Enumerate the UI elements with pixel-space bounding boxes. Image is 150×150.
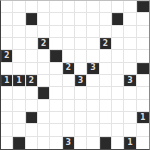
cell-r1c2[interactable] — [26, 13, 38, 25]
cell-r0c0[interactable] — [1, 1, 13, 13]
clue-number: 2 — [41, 40, 47, 48]
cell-r5c1[interactable] — [13, 63, 25, 75]
cell-r0c4[interactable] — [50, 1, 62, 13]
cell-r9c7[interactable] — [87, 112, 99, 124]
cell-r9c2[interactable] — [26, 112, 38, 124]
cell-r4c7[interactable] — [87, 50, 99, 62]
cell-r9c10[interactable] — [124, 112, 136, 124]
clue-number: 1 — [4, 77, 10, 85]
cell-r0c2[interactable] — [26, 1, 38, 13]
cell-r4c0[interactable]: 2 — [1, 50, 13, 62]
cell-r5c11[interactable] — [137, 63, 149, 75]
cell-r0c6[interactable] — [75, 1, 87, 13]
cell-r11c7[interactable] — [87, 137, 99, 149]
cell-r7c2[interactable] — [26, 87, 38, 99]
cell-r7c1[interactable] — [13, 87, 25, 99]
cell-r6c2[interactable]: 2 — [26, 75, 38, 87]
cell-r8c2[interactable] — [26, 100, 38, 112]
cell-r6c3[interactable] — [38, 75, 50, 87]
clue-number: 1 — [127, 139, 133, 147]
cell-r11c9[interactable] — [112, 137, 124, 149]
cell-r9c9[interactable] — [112, 112, 124, 124]
cell-r1c8[interactable] — [100, 13, 112, 25]
cell-r5c4[interactable] — [50, 63, 62, 75]
cell-r0c3[interactable] — [38, 1, 50, 13]
cell-r11c4[interactable] — [50, 137, 62, 149]
clue-number: 2 — [66, 64, 72, 72]
clue-number: 2 — [103, 40, 109, 48]
cell-r9c1[interactable] — [13, 112, 25, 124]
cell-r0c1[interactable] — [13, 1, 25, 13]
cell-r11c10[interactable]: 1 — [124, 137, 136, 149]
cell-r3c3[interactable]: 2 — [38, 38, 50, 50]
clue-number: 2 — [29, 77, 35, 85]
cell-r10c5[interactable] — [63, 124, 75, 136]
cell-r9c8[interactable] — [100, 112, 112, 124]
cell-r6c11[interactable] — [137, 75, 149, 87]
clue-number: 3 — [90, 64, 96, 72]
cell-r2c6[interactable] — [75, 26, 87, 38]
cell-r2c1[interactable] — [13, 26, 25, 38]
cell-r10c10[interactable] — [124, 124, 136, 136]
cell-r2c5[interactable] — [63, 26, 75, 38]
cell-r1c10[interactable] — [124, 13, 136, 25]
cell-r9c0[interactable] — [1, 112, 13, 124]
cell-r1c3[interactable] — [38, 13, 50, 25]
cell-r4c5[interactable] — [63, 50, 75, 62]
cell-r3c1[interactable] — [13, 38, 25, 50]
cell-r4c9[interactable] — [112, 50, 124, 62]
cell-r0c9[interactable] — [112, 1, 124, 13]
puzzle-board: 2222311233131 — [0, 0, 150, 150]
cell-r7c3[interactable] — [38, 87, 50, 99]
cell-r11c2[interactable] — [26, 137, 38, 149]
cell-r9c3[interactable] — [38, 112, 50, 124]
cell-r11c1[interactable] — [13, 137, 25, 149]
cell-r4c10[interactable] — [124, 50, 136, 62]
cell-r2c0[interactable] — [1, 26, 13, 38]
cell-r7c0[interactable] — [1, 87, 13, 99]
clue-number: 3 — [78, 77, 84, 85]
cell-r11c6[interactable] — [75, 137, 87, 149]
cell-r10c4[interactable] — [50, 124, 62, 136]
cell-r9c4[interactable] — [50, 112, 62, 124]
cell-r5c7[interactable]: 3 — [87, 63, 99, 75]
cell-r5c10[interactable] — [124, 63, 136, 75]
cell-r8c11[interactable] — [137, 100, 149, 112]
cell-r7c7[interactable] — [87, 87, 99, 99]
cell-r8c10[interactable] — [124, 100, 136, 112]
cell-r2c7[interactable] — [87, 26, 99, 38]
cell-r11c3[interactable] — [38, 137, 50, 149]
cell-r1c5[interactable] — [63, 13, 75, 25]
cell-r8c0[interactable] — [1, 100, 13, 112]
cell-r0c8[interactable] — [100, 1, 112, 13]
cell-r5c8[interactable] — [100, 63, 112, 75]
cell-r3c5[interactable] — [63, 38, 75, 50]
cell-r5c2[interactable] — [26, 63, 38, 75]
cell-r1c0[interactable] — [1, 13, 13, 25]
cell-r7c5[interactable] — [63, 87, 75, 99]
cell-r0c10[interactable] — [124, 1, 136, 13]
cell-r0c7[interactable] — [87, 1, 99, 13]
cell-r6c1[interactable]: 1 — [13, 75, 25, 87]
cell-r3c8[interactable]: 2 — [100, 38, 112, 50]
cell-r6c10[interactable]: 3 — [124, 75, 136, 87]
cell-r6c6[interactable]: 3 — [75, 75, 87, 87]
cell-r4c4[interactable] — [50, 50, 62, 62]
cell-r8c9[interactable] — [112, 100, 124, 112]
cell-r8c3[interactable] — [38, 100, 50, 112]
cell-r1c1[interactable] — [13, 13, 25, 25]
cell-r11c11[interactable] — [137, 137, 149, 149]
cell-r6c4[interactable] — [50, 75, 62, 87]
cell-r10c6[interactable] — [75, 124, 87, 136]
cell-r4c1[interactable] — [13, 50, 25, 62]
clue-number: 3 — [127, 77, 133, 85]
clue-number: 1 — [16, 77, 22, 85]
cell-r3c4[interactable] — [50, 38, 62, 50]
cell-r11c5[interactable]: 3 — [63, 137, 75, 149]
clue-number: 1 — [140, 114, 146, 122]
cell-r5c5[interactable]: 2 — [63, 63, 75, 75]
cell-r2c9[interactable] — [112, 26, 124, 38]
cell-r8c7[interactable] — [87, 100, 99, 112]
cell-r10c11[interactable] — [137, 124, 149, 136]
cell-r7c11[interactable] — [137, 87, 149, 99]
cell-r1c9[interactable] — [112, 13, 124, 25]
cell-r6c7[interactable] — [87, 75, 99, 87]
cell-r10c8[interactable] — [100, 124, 112, 136]
cell-r8c6[interactable] — [75, 100, 87, 112]
cell-r10c2[interactable] — [26, 124, 38, 136]
cell-r3c11[interactable] — [137, 38, 149, 50]
cell-r4c11[interactable] — [137, 50, 149, 62]
cell-r5c9[interactable] — [112, 63, 124, 75]
cell-r3c2[interactable] — [26, 38, 38, 50]
cell-r7c9[interactable] — [112, 87, 124, 99]
cell-r1c7[interactable] — [87, 13, 99, 25]
clue-number: 3 — [66, 139, 72, 147]
cell-r8c1[interactable] — [13, 100, 25, 112]
cell-r8c8[interactable] — [100, 100, 112, 112]
cell-r6c8[interactable] — [100, 75, 112, 87]
clue-number: 2 — [4, 52, 10, 60]
cell-r0c5[interactable] — [63, 1, 75, 13]
cell-r4c2[interactable] — [26, 50, 38, 62]
cell-r10c1[interactable] — [13, 124, 25, 136]
cell-r6c5[interactable] — [63, 75, 75, 87]
cell-r10c0[interactable] — [1, 124, 13, 136]
cell-r3c6[interactable] — [75, 38, 87, 50]
cell-r2c10[interactable] — [124, 26, 136, 38]
cell-r10c9[interactable] — [112, 124, 124, 136]
cell-r2c4[interactable] — [50, 26, 62, 38]
cell-r6c0[interactable]: 1 — [1, 75, 13, 87]
cell-r7c8[interactable] — [100, 87, 112, 99]
cell-r5c3[interactable] — [38, 63, 50, 75]
cell-r2c8[interactable] — [100, 26, 112, 38]
cell-r0c11[interactable] — [137, 1, 149, 13]
cell-r1c4[interactable] — [50, 13, 62, 25]
cell-r6c9[interactable] — [112, 75, 124, 87]
cell-r2c11[interactable] — [137, 26, 149, 38]
cell-r10c7[interactable] — [87, 124, 99, 136]
cell-r9c11[interactable]: 1 — [137, 112, 149, 124]
cell-r1c11[interactable] — [137, 13, 149, 25]
cell-r11c0[interactable] — [1, 137, 13, 149]
cell-r3c7[interactable] — [87, 38, 99, 50]
cell-r7c4[interactable] — [50, 87, 62, 99]
cell-r4c8[interactable] — [100, 50, 112, 62]
cell-r3c10[interactable] — [124, 38, 136, 50]
cell-r3c9[interactable] — [112, 38, 124, 50]
cell-r8c4[interactable] — [50, 100, 62, 112]
cell-r11c8[interactable] — [100, 137, 112, 149]
cell-r5c0[interactable] — [1, 63, 13, 75]
cell-r2c2[interactable] — [26, 26, 38, 38]
cell-r9c5[interactable] — [63, 112, 75, 124]
cell-r9c6[interactable] — [75, 112, 87, 124]
cell-r4c3[interactable] — [38, 50, 50, 62]
cell-r10c3[interactable] — [38, 124, 50, 136]
cell-r8c5[interactable] — [63, 100, 75, 112]
cell-r3c0[interactable] — [1, 38, 13, 50]
cell-r4c6[interactable] — [75, 50, 87, 62]
cell-r5c6[interactable] — [75, 63, 87, 75]
cell-r2c3[interactable] — [38, 26, 50, 38]
cell-r7c6[interactable] — [75, 87, 87, 99]
cell-r7c10[interactable] — [124, 87, 136, 99]
cell-r1c6[interactable] — [75, 13, 87, 25]
